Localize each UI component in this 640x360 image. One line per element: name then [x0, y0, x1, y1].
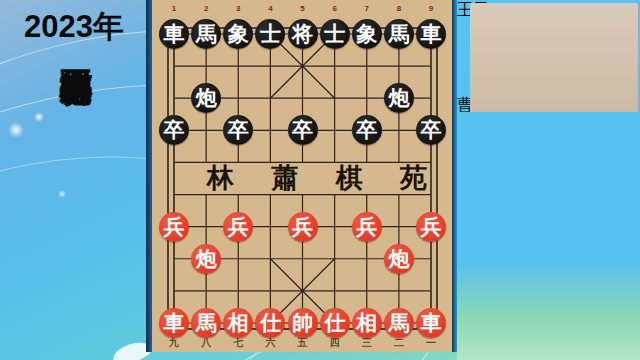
- piece-red-馬[interactable]: 馬: [191, 308, 221, 338]
- piece-black-車[interactable]: 車: [416, 19, 446, 49]
- piece-red-兵[interactable]: 兵: [352, 212, 382, 242]
- piece-black-卒[interactable]: 卒: [288, 115, 318, 145]
- piece-red-相[interactable]: 相: [223, 308, 253, 338]
- player-photo-bottom: [470, 193, 638, 302]
- piece-black-炮[interactable]: 炮: [384, 83, 414, 113]
- piece-black-象[interactable]: 象: [223, 19, 253, 49]
- piece-red-車[interactable]: 車: [416, 308, 446, 338]
- piece-red-炮[interactable]: 炮: [191, 244, 221, 274]
- piece-black-象[interactable]: 象: [352, 19, 382, 49]
- file-number-top: 6: [319, 3, 351, 15]
- piece-black-卒[interactable]: 卒: [352, 115, 382, 145]
- piece-black-卒[interactable]: 卒: [223, 115, 253, 145]
- piece-red-仕[interactable]: 仕: [255, 308, 285, 338]
- event-title: 2023年 亳州杯半决赛第五局: [0, 0, 148, 360]
- piece-black-卒[interactable]: 卒: [416, 115, 446, 145]
- event-year: 2023年: [0, 6, 148, 48]
- piece-black-将[interactable]: 将: [288, 19, 318, 49]
- video-frame: 2023年 亳州杯半决赛第五局 123456789 林蕭棋苑 車馬象士将士象馬車…: [0, 0, 640, 360]
- file-number-top: 1: [158, 3, 190, 15]
- piece-black-車[interactable]: 車: [159, 19, 189, 49]
- file-number-top: 4: [254, 3, 286, 15]
- piece-red-相[interactable]: 相: [352, 308, 382, 338]
- piece-black-卒[interactable]: 卒: [159, 115, 189, 145]
- players-panel: 王天一 曹岩磊: [457, 0, 640, 360]
- piece-black-馬[interactable]: 馬: [384, 19, 414, 49]
- piece-red-兵[interactable]: 兵: [159, 212, 189, 242]
- event-name-vertical: 亳州杯半决赛第五局: [54, 44, 94, 360]
- piece-black-馬[interactable]: 馬: [191, 19, 221, 49]
- piece-red-車[interactable]: 車: [159, 308, 189, 338]
- piece-red-炮[interactable]: 炮: [384, 244, 414, 274]
- file-number-top: 7: [351, 3, 383, 15]
- file-number-top: 5: [287, 3, 319, 15]
- piece-red-兵[interactable]: 兵: [416, 212, 446, 242]
- board-surface: 123456789 林蕭棋苑 車馬象士将士象馬車炮炮卒卒卒卒卒兵兵兵兵兵炮炮車馬…: [152, 0, 452, 352]
- file-number-top: 2: [190, 3, 222, 15]
- piece-black-士[interactable]: 士: [320, 19, 350, 49]
- piece-black-士[interactable]: 士: [255, 19, 285, 49]
- file-numbers-top: 123456789: [158, 3, 447, 15]
- piece-black-炮[interactable]: 炮: [191, 83, 221, 113]
- piece-red-兵[interactable]: 兵: [288, 212, 318, 242]
- piece-red-兵[interactable]: 兵: [223, 212, 253, 242]
- piece-red-仕[interactable]: 仕: [320, 308, 350, 338]
- file-number-top: 3: [222, 3, 254, 15]
- file-number-top: 9: [415, 3, 447, 15]
- piece-layer: 車馬象士将士象馬車炮炮卒卒卒卒卒兵兵兵兵兵炮炮車馬相仕帥仕相馬車: [158, 18, 447, 339]
- piece-red-帥[interactable]: 帥: [288, 308, 318, 338]
- piece-red-馬[interactable]: 馬: [384, 308, 414, 338]
- xiangqi-board: 123456789 林蕭棋苑 車馬象士将士象馬車炮炮卒卒卒卒卒兵兵兵兵兵炮炮車馬…: [146, 0, 462, 352]
- file-number-top: 8: [383, 3, 415, 15]
